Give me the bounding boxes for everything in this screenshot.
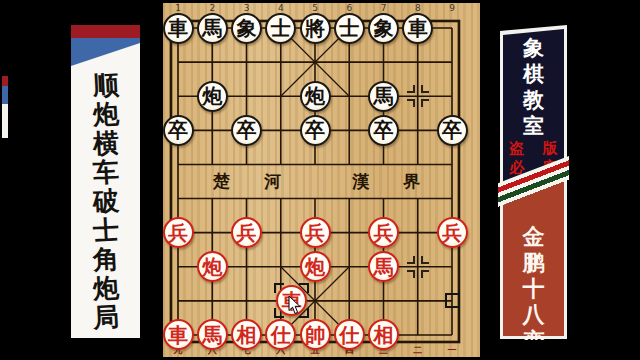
marker-move-origin-square	[445, 293, 460, 308]
piece-black-將[interactable]: 將	[300, 13, 331, 44]
piece-black-卒[interactable]: 卒	[163, 115, 194, 146]
piece-black-卒[interactable]: 卒	[437, 115, 468, 146]
piece-red-兵[interactable]: 兵	[300, 217, 331, 248]
piece-black-馬[interactable]: 馬	[368, 81, 399, 112]
marker-point-marker	[407, 256, 429, 278]
piece-black-士[interactable]: 士	[265, 13, 296, 44]
marker-point-marker	[407, 85, 429, 107]
right-banner: 象棋教室 盗版必究 金鹏十八变	[498, 23, 569, 340]
piece-red-仕[interactable]: 仕	[334, 319, 365, 350]
piece-red-馬[interactable]: 馬	[197, 319, 228, 350]
piece-black-士[interactable]: 士	[334, 13, 365, 44]
piece-red-兵[interactable]: 兵	[368, 217, 399, 248]
piece-red-炮[interactable]: 炮	[197, 251, 228, 282]
right-banner-top-title: 象棋教室	[500, 35, 567, 139]
piece-red-相[interactable]: 相	[368, 319, 399, 350]
piece-black-馬[interactable]: 馬	[197, 13, 228, 44]
piece-black-卒[interactable]: 卒	[368, 115, 399, 146]
piece-red-炮[interactable]: 炮	[300, 251, 331, 282]
piece-red-仕[interactable]: 仕	[265, 319, 296, 350]
piece-black-炮[interactable]: 炮	[197, 81, 228, 112]
piece-black-卒[interactable]: 卒	[231, 115, 262, 146]
piece-black-炮[interactable]: 炮	[300, 81, 331, 112]
piece-black-車[interactable]: 車	[163, 13, 194, 44]
piece-red-兵[interactable]: 兵	[163, 217, 194, 248]
piece-red-兵[interactable]: 兵	[437, 217, 468, 248]
piece-red-馬[interactable]: 馬	[368, 251, 399, 282]
piece-red-車[interactable]: 車	[163, 319, 194, 350]
piece-black-車[interactable]: 車	[402, 13, 433, 44]
right-banner-bottom-title: 金鹏十八变	[500, 223, 567, 340]
piece-red-帥[interactable]: 帥	[300, 319, 331, 350]
piece-black-象[interactable]: 象	[231, 13, 262, 44]
piece-black-象[interactable]: 象	[368, 13, 399, 44]
piece-black-卒[interactable]: 卒	[300, 115, 331, 146]
piece-red-兵[interactable]: 兵	[231, 217, 262, 248]
piece-red-相[interactable]: 相	[231, 319, 262, 350]
mouse-cursor	[288, 296, 302, 315]
